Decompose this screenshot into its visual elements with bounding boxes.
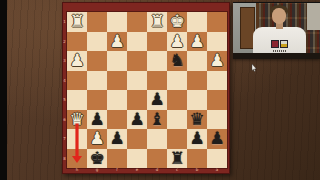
square-e7[interactable] xyxy=(127,129,147,149)
webcam-video xyxy=(233,2,320,59)
square-f8[interactable] xyxy=(107,149,127,169)
square-d5[interactable]: ♟ xyxy=(147,90,167,110)
white-queen-piece[interactable]: ♛ xyxy=(69,109,84,128)
square-c1[interactable]: ♚ xyxy=(167,12,187,32)
square-d4[interactable] xyxy=(147,71,167,91)
file-label: c xyxy=(167,168,187,172)
file-label: f xyxy=(107,168,127,172)
black-queen-piece[interactable]: ♛ xyxy=(189,109,204,128)
black-pawn-piece[interactable]: ♟ xyxy=(189,129,204,148)
white-pawn-piece[interactable]: ♟ xyxy=(209,51,224,70)
square-a5[interactable] xyxy=(207,90,227,110)
black-bishop-piece[interactable]: ♝ xyxy=(149,109,164,128)
square-h4[interactable] xyxy=(67,71,87,91)
rank-label: 3 xyxy=(62,59,67,63)
white-pawn-piece[interactable]: ♟ xyxy=(189,31,204,50)
rank-label: 2 xyxy=(62,40,67,44)
square-a6[interactable] xyxy=(207,110,227,130)
square-h7[interactable] xyxy=(67,129,87,149)
square-e2[interactable] xyxy=(127,32,147,52)
square-f5[interactable] xyxy=(107,90,127,110)
square-c6[interactable] xyxy=(167,110,187,130)
black-knight-piece[interactable]: ♞ xyxy=(169,51,184,70)
white-rook-piece[interactable]: ♜ xyxy=(69,12,84,31)
rank-label: 6 xyxy=(62,118,67,122)
square-g5[interactable] xyxy=(87,90,107,110)
square-b1[interactable] xyxy=(187,12,207,32)
bookshelf-light-area xyxy=(307,2,320,30)
file-label: a xyxy=(207,168,227,172)
square-a7[interactable]: ♟ xyxy=(207,129,227,149)
black-pawn-piece[interactable]: ♟ xyxy=(129,109,144,128)
square-f4[interactable] xyxy=(107,71,127,91)
square-g3[interactable] xyxy=(87,51,107,71)
square-g1[interactable] xyxy=(87,12,107,32)
square-b6[interactable]: ♛ xyxy=(187,110,207,130)
mouse-cursor xyxy=(251,64,257,72)
square-c3[interactable]: ♞ xyxy=(167,51,187,71)
square-e3[interactable] xyxy=(127,51,147,71)
square-b8[interactable] xyxy=(187,149,207,169)
square-a1[interactable] xyxy=(207,12,227,32)
square-h3[interactable]: ♟ xyxy=(67,51,87,71)
square-g4[interactable] xyxy=(87,71,107,91)
square-f6[interactable] xyxy=(107,110,127,130)
square-c4[interactable] xyxy=(167,71,187,91)
rank-label: 1 xyxy=(62,20,67,24)
black-pawn-piece[interactable]: ♟ xyxy=(89,109,104,128)
square-f7[interactable]: ♟ xyxy=(107,129,127,149)
letterbox-strip xyxy=(0,0,7,180)
black-pawn-piece[interactable]: ♟ xyxy=(209,129,224,148)
presenter-face xyxy=(272,8,286,24)
square-h2[interactable] xyxy=(67,32,87,52)
black-pawn-piece[interactable]: ♟ xyxy=(109,129,124,148)
square-g8[interactable]: ♚ xyxy=(87,149,107,169)
square-d7[interactable] xyxy=(147,129,167,149)
square-h8[interactable] xyxy=(67,149,87,169)
square-a2[interactable] xyxy=(207,32,227,52)
file-label: h xyxy=(67,168,87,172)
square-h6[interactable]: ♛ xyxy=(67,110,87,130)
shirt-text xyxy=(273,50,286,52)
square-b4[interactable] xyxy=(187,71,207,91)
square-g6[interactable]: ♟ xyxy=(87,110,107,130)
square-e6[interactable]: ♟ xyxy=(127,110,147,130)
square-d2[interactable] xyxy=(147,32,167,52)
square-g7[interactable]: ♟ xyxy=(87,129,107,149)
square-d6[interactable]: ♝ xyxy=(147,110,167,130)
webcam-table-edge xyxy=(233,53,320,59)
chess-board[interactable]: ♜♜♚♟♟♟♟♞♟♟♛♟♟♝♛♟♟♟♟♚♜ xyxy=(67,12,227,168)
white-rook-piece[interactable]: ♜ xyxy=(149,12,164,31)
square-d3[interactable] xyxy=(147,51,167,71)
square-f1[interactable] xyxy=(107,12,127,32)
square-b5[interactable] xyxy=(187,90,207,110)
white-king-piece[interactable]: ♚ xyxy=(169,12,184,31)
square-h5[interactable] xyxy=(67,90,87,110)
square-e8[interactable] xyxy=(127,149,147,169)
square-c8[interactable]: ♜ xyxy=(167,149,187,169)
white-pawn-piece[interactable]: ♟ xyxy=(109,31,124,50)
white-pawn-piece[interactable]: ♟ xyxy=(89,129,104,148)
webcam-top-edge xyxy=(233,2,320,3)
square-c7[interactable] xyxy=(167,129,187,149)
square-e5[interactable] xyxy=(127,90,147,110)
square-c5[interactable] xyxy=(167,90,187,110)
white-pawn-piece[interactable]: ♟ xyxy=(69,51,84,70)
file-label: g xyxy=(87,168,107,172)
black-king-piece[interactable]: ♚ xyxy=(89,148,104,167)
square-b2[interactable]: ♟ xyxy=(187,32,207,52)
square-a4[interactable] xyxy=(207,71,227,91)
square-f2[interactable]: ♟ xyxy=(107,32,127,52)
square-e4[interactable] xyxy=(127,71,147,91)
rank-label: 7 xyxy=(62,137,67,141)
square-g2[interactable] xyxy=(87,32,107,52)
file-label: d xyxy=(147,168,167,172)
black-rook-piece[interactable]: ♜ xyxy=(169,148,184,167)
square-a8[interactable] xyxy=(207,149,227,169)
square-e1[interactable] xyxy=(127,12,147,32)
white-pawn-piece[interactable]: ♟ xyxy=(169,31,184,50)
rank-label: 4 xyxy=(62,79,67,83)
shirt-graphic xyxy=(271,40,288,48)
square-d8[interactable] xyxy=(147,149,167,169)
square-c2[interactable]: ♟ xyxy=(167,32,187,52)
rank-label: 5 xyxy=(62,98,67,102)
square-b7[interactable]: ♟ xyxy=(187,129,207,149)
file-label: b xyxy=(187,168,207,172)
square-f3[interactable] xyxy=(107,51,127,71)
square-d1[interactable]: ♜ xyxy=(147,12,167,32)
square-h1[interactable]: ♜ xyxy=(67,12,87,32)
chess-board-frame: ♜♜♚♟♟♟♟♞♟♟♛♟♟♝♛♟♟♟♟♚♜ 12345678hgfedcba xyxy=(62,2,230,174)
square-a3[interactable]: ♟ xyxy=(207,51,227,71)
square-b3[interactable] xyxy=(187,51,207,71)
file-label: e xyxy=(127,168,147,172)
video-frame: ♜♜♚♟♟♟♟♞♟♟♛♟♟♝♛♟♟♟♟♚♜ 12345678hgfedcba xyxy=(0,0,320,180)
black-pawn-piece[interactable]: ♟ xyxy=(149,90,164,109)
rank-label: 8 xyxy=(62,157,67,161)
